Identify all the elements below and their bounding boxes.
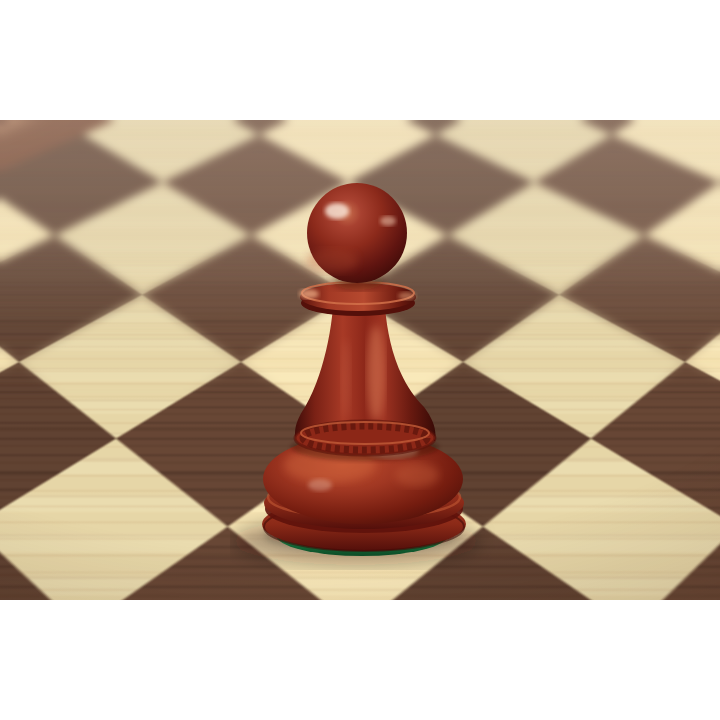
pawn-rope-ring — [291, 421, 439, 461]
pawn-head — [306, 183, 407, 290]
product-photo — [0, 120, 720, 600]
pawn-piece — [230, 183, 495, 578]
product-image-canvas — [0, 0, 720, 720]
letterbox-top — [0, 0, 720, 120]
letterbox-bottom — [0, 600, 720, 720]
